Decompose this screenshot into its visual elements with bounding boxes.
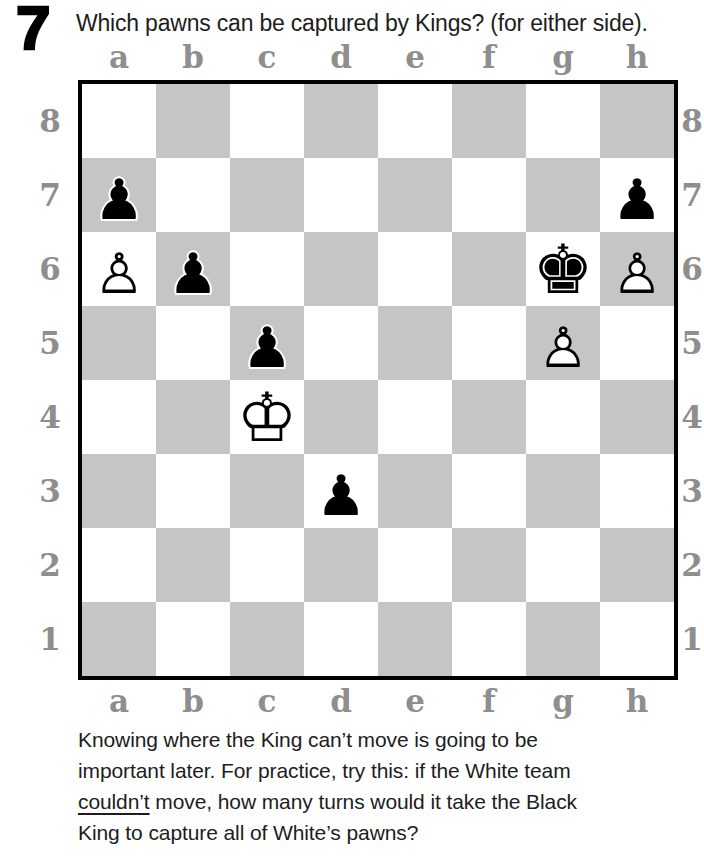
square-c5: ♟ [230,306,304,380]
white-pawn-g5: ♟♙ [526,306,600,380]
square-f1 [452,602,526,676]
square-f6 [452,232,526,306]
white-pawn-outline: ♙ [526,306,600,380]
file-label-e: e [378,682,452,720]
rank-label-3: 3 [30,454,70,528]
square-d4 [304,380,378,454]
square-a7: ♟ [82,158,156,232]
file-label-f: f [452,682,526,720]
file-label-d: d [304,38,378,76]
rank-label-7: 7 [30,158,70,232]
black-king-glyph: ♚ [526,232,600,306]
square-f4 [452,380,526,454]
square-e4 [378,380,452,454]
black-pawn-glyph: ♟ [304,454,378,528]
square-d5 [304,306,378,380]
square-g1 [526,602,600,676]
file-labels-top: a b c d e f g h [82,38,674,76]
file-labels-bottom: a b c d e f g h [82,682,674,720]
square-a4 [82,380,156,454]
square-h2 [600,528,674,602]
square-a1 [82,602,156,676]
note-line-4: King to capture all of White’s pawns? [78,817,678,848]
square-a6: ♟♙ [82,232,156,306]
square-h6: ♟♙ [600,232,674,306]
puzzle-number: 7 [16,0,48,63]
file-label-h: h [600,38,674,76]
chess-board: ♟♟♟♙♟♚♟♙♟♟♙♚♔♟ [78,80,678,680]
square-f5 [452,306,526,380]
black-pawn-glyph: ♟ [600,158,674,232]
square-e1 [378,602,452,676]
underlined-word: couldn’t [78,790,150,813]
square-g5: ♟♙ [526,306,600,380]
square-h5 [600,306,674,380]
square-b4 [156,380,230,454]
square-f7 [452,158,526,232]
square-g3 [526,454,600,528]
black-pawn-c5: ♟ [230,306,304,380]
file-label-g: g [526,38,600,76]
square-c1 [230,602,304,676]
puzzle-title: Which pawns can be captured by Kings? (f… [76,10,648,37]
square-h4 [600,380,674,454]
note-paragraph: Knowing where the King can’t move is goi… [78,724,678,848]
white-pawn-outline: ♙ [600,232,674,306]
square-b1 [156,602,230,676]
file-label-g: g [526,682,600,720]
rank-label-1: 1 [30,602,70,676]
square-b8 [156,84,230,158]
black-pawn-glyph: ♟ [156,232,230,306]
square-e7 [378,158,452,232]
square-h3 [600,454,674,528]
page: 7 Which pawns can be captured by Kings? … [0,0,704,856]
square-d6 [304,232,378,306]
rank-labels-left: 8 7 6 5 4 3 2 1 [30,84,70,676]
square-a3 [82,454,156,528]
square-f3 [452,454,526,528]
file-label-h: h [600,682,674,720]
rank-label-7: 7 [672,158,704,232]
square-d7 [304,158,378,232]
black-pawn-glyph: ♟ [82,158,156,232]
square-d3: ♟ [304,454,378,528]
square-g8 [526,84,600,158]
square-c7 [230,158,304,232]
square-h7: ♟ [600,158,674,232]
file-label-c: c [230,38,304,76]
square-e3 [378,454,452,528]
black-pawn-a7: ♟ [82,158,156,232]
square-c3 [230,454,304,528]
note-line-3-rest: move, how many turns would it take the B… [150,790,577,813]
square-b2 [156,528,230,602]
rank-label-5: 5 [672,306,704,380]
square-e8 [378,84,452,158]
square-g2 [526,528,600,602]
rank-label-2: 2 [672,528,704,602]
rank-label-4: 4 [672,380,704,454]
square-b3 [156,454,230,528]
black-pawn-b6: ♟ [156,232,230,306]
white-king-c4: ♚♔ [230,380,304,454]
square-g4 [526,380,600,454]
rank-label-3: 3 [672,454,704,528]
rank-labels-right: 8 7 6 5 4 3 2 1 [672,84,704,676]
square-e5 [378,306,452,380]
black-pawn-d3: ♟ [304,454,378,528]
note-line-2: important later. For practice, try this:… [78,755,678,786]
rank-label-8: 8 [672,84,704,158]
square-b5 [156,306,230,380]
square-g7 [526,158,600,232]
square-h1 [600,602,674,676]
square-b6: ♟ [156,232,230,306]
file-label-d: d [304,682,378,720]
file-label-c: c [230,682,304,720]
square-a8 [82,84,156,158]
square-a2 [82,528,156,602]
square-a5 [82,306,156,380]
square-c4: ♚♔ [230,380,304,454]
file-label-f: f [452,38,526,76]
rank-label-6: 6 [672,232,704,306]
rank-label-4: 4 [30,380,70,454]
square-e6 [378,232,452,306]
black-pawn-glyph: ♟ [230,306,304,380]
file-label-b: b [156,38,230,76]
file-label-b: b [156,682,230,720]
white-pawn-h6: ♟♙ [600,232,674,306]
white-pawn-a6: ♟♙ [82,232,156,306]
white-pawn-outline: ♙ [82,232,156,306]
square-g6: ♚ [526,232,600,306]
square-d1 [304,602,378,676]
square-d8 [304,84,378,158]
square-e2 [378,528,452,602]
square-c2 [230,528,304,602]
file-label-a: a [82,38,156,76]
rank-label-6: 6 [30,232,70,306]
square-b7 [156,158,230,232]
rank-label-5: 5 [30,306,70,380]
black-pawn-h7: ♟ [600,158,674,232]
square-c6 [230,232,304,306]
white-king-outline: ♔ [230,380,304,454]
rank-label-2: 2 [30,528,70,602]
square-h8 [600,84,674,158]
square-d2 [304,528,378,602]
note-line-3: couldn’t move, how many turns would it t… [78,786,678,817]
file-label-e: e [378,38,452,76]
rank-label-1: 1 [672,602,704,676]
square-c8 [230,84,304,158]
square-f8 [452,84,526,158]
note-line-1: Knowing where the King can’t move is goi… [78,724,678,755]
rank-label-8: 8 [30,84,70,158]
square-f2 [452,528,526,602]
black-king-g6: ♚ [526,232,600,306]
file-label-a: a [82,682,156,720]
